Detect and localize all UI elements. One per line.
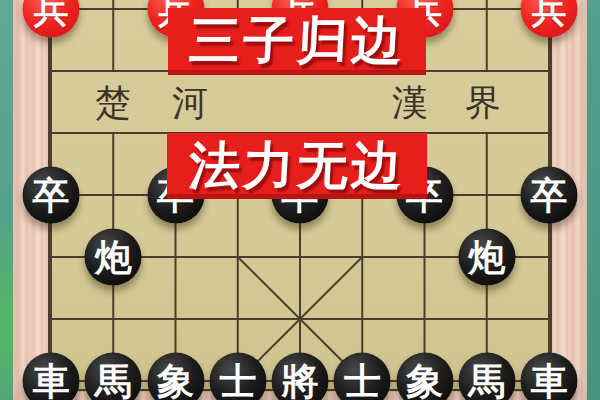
piece-glyph: 將 (282, 363, 319, 400)
app-background: 楚 河 漢 界 兵兵兵兵兵卒卒卒卒卒炮炮車馬象士將士象馬車 三子归边 法力无边 (0, 0, 600, 400)
piece-black-soldier[interactable]: 卒 (521, 167, 578, 224)
piece-glyph: 兵 (532, 0, 567, 27)
piece-glyph: 象 (157, 363, 194, 400)
piece-glyph: 馬 (468, 363, 505, 400)
piece-glyph: 卒 (33, 177, 70, 214)
river-label-han: 漢 (392, 79, 428, 128)
piece-black-cannon[interactable]: 炮 (85, 229, 142, 286)
title-banner-bottom-text: 法力无边 (187, 132, 407, 201)
piece-glyph: 士 (219, 363, 256, 400)
title-banner-top: 三子归边 (168, 8, 426, 75)
river-label-jie: 界 (465, 79, 501, 128)
piece-glyph: 兵 (34, 0, 69, 27)
piece-glyph: 車 (33, 363, 70, 400)
piece-black-cannon[interactable]: 炮 (458, 229, 515, 286)
river-label-chu: 楚 (95, 79, 131, 128)
piece-glyph: 車 (531, 363, 568, 400)
piece-glyph: 馬 (95, 363, 132, 400)
piece-glyph: 士 (344, 363, 381, 400)
title-banner-top-text: 三子归边 (187, 7, 407, 76)
title-banner-bottom: 法力无边 (167, 133, 427, 199)
piece-glyph: 象 (406, 363, 443, 400)
piece-glyph: 炮 (95, 239, 132, 276)
piece-glyph: 卒 (531, 177, 568, 214)
piece-glyph: 炮 (468, 239, 505, 276)
river-label-he: 河 (172, 79, 208, 128)
piece-black-soldier[interactable]: 卒 (23, 167, 80, 224)
